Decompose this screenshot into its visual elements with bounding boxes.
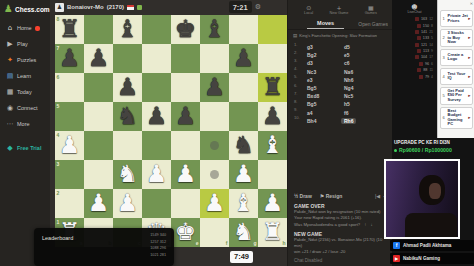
black-bishop-c8: ♝ [113, 15, 142, 44]
panel-icon-label: New Game [329, 11, 348, 15]
opponent-flag-icon [127, 5, 134, 10]
square-d2[interactable] [142, 189, 171, 218]
diamond-icon: ◆ [5, 144, 15, 152]
chess-board: 8♜♝♚♝7♟♟♟6♟♟♜5♞♟♟♟4♟♞♝3♞♟♟♟2♟♟♟♝♟1a♜bcd♛… [55, 15, 287, 247]
square-b6[interactable] [84, 73, 113, 102]
white-pawn-c2: ♟ [113, 189, 142, 218]
chat-text: 133 [423, 36, 429, 40]
white-pawn-f2: ♟ [200, 189, 229, 218]
upgrade-goal: UPGRADE PC KE RI DI3N Rp90600 / Rp100000… [394, 140, 472, 153]
chat-meta: 12 [429, 17, 433, 21]
square-b4[interactable] [84, 131, 113, 160]
square-g3[interactable]: ♟ [229, 160, 258, 189]
move-list: 1.g3d52.Bg2e53.d3c64.Nc3Na65.e3Nh66.Bg5N… [288, 40, 393, 122]
panel-icon-label: Games [365, 11, 377, 15]
move-number: 7. [294, 91, 304, 96]
chat-meta: 17 [429, 55, 433, 59]
game-over-rating: Your new Rapid rating is 2061 (+16). [294, 215, 387, 221]
square-f8[interactable]: ♝ [200, 15, 229, 44]
square-b7[interactable]: ♟ [84, 44, 113, 73]
chat-meta: 8 [431, 24, 433, 28]
black-pawn-h5: ♟ [258, 102, 287, 131]
black-pawn-a7: ♟ [55, 44, 84, 73]
chat-badge-icon [419, 75, 423, 79]
square-d8[interactable] [142, 15, 171, 44]
square-h4[interactable]: ♝ [258, 131, 287, 160]
square-c8[interactable]: ♝ [113, 15, 142, 44]
move-10w[interactable]: Bh4 [304, 109, 341, 127]
sport-question: Was Myonakodendra a good sport? [294, 222, 360, 228]
chat-meta: 11 [429, 68, 433, 72]
livechat-column: ☻ LiveChat 16312150814121133512114113910… [392, 0, 437, 139]
chat-text: 113 [423, 49, 429, 53]
opponent-rating: (2170) [107, 4, 124, 10]
move-number: 5. [294, 74, 304, 79]
social-banner-fb[interactable]: fAhmad Padli Akhtama [390, 240, 474, 251]
social-label: NabikuN Gaming [403, 256, 440, 261]
learn-icon: ▤ [5, 72, 15, 80]
move-number: 9. [294, 107, 304, 112]
chat-badge-icon [415, 43, 419, 47]
chevron-right-icon: ▸ [468, 115, 470, 120]
black-knight-g4: ♞ [229, 131, 258, 160]
chat-disabled-label: Chat Disabled [288, 256, 393, 263]
square-e5[interactable]: ♟ [171, 102, 200, 131]
chat-text: 141 [421, 30, 427, 34]
moves-panel: ⊙Local+New Game▦Games Moves Open Games ▤… [287, 0, 393, 266]
tab-moves[interactable]: Moves [307, 20, 344, 29]
chat-text: 104 [421, 55, 427, 59]
games-icon: ▦ [365, 4, 377, 11]
new-game-icon: + [329, 4, 348, 11]
square-c5[interactable]: ♞ [113, 102, 142, 131]
square-e2[interactable] [171, 189, 200, 218]
rank-label: 1 [57, 219, 60, 225]
streamer-torso [405, 213, 457, 239]
square-g2[interactable]: ♝ [229, 189, 258, 218]
square-e1[interactable]: e♚ [171, 218, 200, 247]
square-f1[interactable]: f [200, 218, 229, 247]
move-number: 8. [294, 99, 304, 104]
chevron-right-icon: ▸ [468, 35, 470, 40]
suggestions-list: 1Private Jet Prices▸23 Stocks to Buy Now… [438, 0, 474, 129]
opponent-avatar[interactable]: ♟ [55, 3, 64, 12]
file-label: h [282, 240, 285, 246]
square-d5[interactable]: ♟ [142, 102, 171, 131]
panel-tabs: Moves Open Games [288, 17, 393, 30]
draw-button[interactable]: ½ Draw [294, 193, 312, 199]
white-pawn-e3: ♟ [171, 160, 200, 189]
square-g7[interactable]: ♟ [229, 44, 258, 73]
square-g8[interactable] [229, 15, 258, 44]
sidebar-item-today[interactable]: ▦Today [0, 84, 50, 100]
square-h2[interactable]: ♟ [258, 189, 287, 218]
upgrade-progress: Rp90600 / Rp1000000 [394, 147, 472, 153]
white-pawn-g3: ♟ [229, 160, 258, 189]
white-bishop-h4: ♝ [258, 131, 287, 160]
home-icon: ⌂ [5, 24, 15, 32]
sidebar-item-label: Puzzles [17, 57, 36, 63]
rank-label: 6 [57, 74, 60, 80]
sidebar-item-play[interactable]: ▶Play [0, 36, 50, 52]
more-icon: ⋯ [5, 120, 15, 128]
square-a6[interactable]: 6 [55, 73, 84, 102]
suggestion-text: Private Jet Prices [448, 14, 469, 23]
suggestion-text: Test Your IQ [448, 72, 469, 81]
thumb-down-icon[interactable]: ↓ [370, 222, 372, 228]
black-pawn-d5: ♟ [142, 102, 171, 131]
notification-badge [35, 26, 40, 31]
sidebar-item-label: Home [17, 25, 32, 31]
square-g4[interactable]: ♞ [229, 131, 258, 160]
new-game-pairing: Pakde_Ndut (2156) vs. Bonaiovr-Mo (2170)… [294, 237, 387, 249]
new-game-block: NEW GAME Pakde_Ndut (2156) vs. Bonaiovr-… [288, 229, 393, 256]
suggestion-text: Create a Logo [448, 53, 469, 62]
square-c7[interactable] [113, 44, 142, 73]
new-game-odds: win +21 / draw +2 / lose -20 [294, 249, 387, 255]
logo-pawn-icon: ♟ [4, 4, 13, 14]
move-row: 10.Bh4Rh6 [288, 114, 393, 122]
panel-icon-new-game[interactable]: +New Game [329, 4, 348, 15]
chat-meta: 4 [431, 75, 433, 79]
square-h6[interactable]: ♜ [258, 73, 287, 102]
leaderboard-rows: 1549 3401257 3121088 2961021 281 [150, 232, 166, 258]
sidebar-item-more[interactable]: ⋯More [0, 116, 50, 132]
move-text: Bh4 [304, 118, 319, 124]
black-king-e8: ♚ [171, 15, 200, 44]
chevron-right-icon: ▸ [468, 16, 470, 21]
panel-bottom: ½ Draw ⚑ Resign |◀◀ GAME OVER Pakde_Ndut… [288, 191, 393, 263]
suggestion-text: Get Paid $90 Per Survey [448, 89, 469, 103]
upgrade-title: UPGRADE PC KE RI DI3N [394, 140, 472, 145]
black-bishop-f8: ♝ [200, 15, 229, 44]
opponent-clock: 7:21 [229, 1, 252, 13]
suggestion-item[interactable]: 3Create a Logo▸ [440, 49, 473, 66]
close-icon[interactable]: ✕ [470, 1, 473, 6]
sidebar-item-learn[interactable]: ▤Learn [0, 68, 50, 84]
rank-label: 7 [57, 45, 60, 51]
black-rook-h6: ♜ [258, 73, 287, 102]
white-pawn-h2: ♟ [258, 189, 287, 218]
square-f5[interactable] [200, 102, 229, 131]
square-d4[interactable] [142, 131, 171, 160]
chat-badge-icon [417, 36, 421, 40]
file-label: e [196, 240, 199, 246]
square-c3[interactable]: ♞ [113, 160, 142, 189]
membership-badge [137, 5, 142, 10]
square-f6[interactable]: ♟ [200, 73, 229, 102]
square-h5[interactable]: ♟ [258, 102, 287, 131]
sidebar-items: ⌂Home▶Play✦Puzzles▤Learn▦Today◉Connect⋯M… [0, 20, 50, 132]
gear-icon[interactable]: ⚙ [255, 3, 261, 11]
chat-badge-icon [415, 17, 419, 21]
chat-meta: 5 [431, 36, 433, 40]
legal-move-dot [210, 141, 219, 150]
webcam-overlay [384, 159, 460, 239]
white-bishop-g2: ♝ [229, 189, 258, 218]
sport-row: Was Myonakodendra a good sport? ↑ ↓ [294, 222, 387, 228]
chat-text: 163 [421, 17, 427, 21]
chevron-right-icon: ▸ [468, 74, 470, 79]
square-b8[interactable] [84, 15, 113, 44]
chat-message: 794 [392, 73, 437, 79]
square-a7[interactable]: 7♟ [55, 44, 84, 73]
square-g1[interactable]: g♞ [229, 218, 258, 247]
suggestion-text: Best Budget Gaming PC [448, 109, 469, 127]
square-f7[interactable] [200, 44, 229, 73]
book-icon: ▤ [293, 33, 297, 38]
chat-badge-icon [417, 49, 421, 53]
suggestions-panel: ✕ 1Private Jet Prices▸23 Stocks to Buy N… [437, 0, 474, 138]
chat-badge-icon [417, 24, 421, 28]
opponent-bar: ♟ Bonaiovr-Mo (2170) 7:21 ⚙ [55, 0, 287, 14]
connect-icon: ◉ [5, 104, 15, 112]
square-a4[interactable]: 4♟ [55, 131, 84, 160]
white-pawn-d3: ♟ [142, 160, 171, 189]
current-move: Rh6 [341, 118, 356, 124]
black-pawn-e5: ♟ [171, 102, 200, 131]
sidebar-item-home[interactable]: ⌂Home [0, 20, 50, 36]
square-f4[interactable] [200, 131, 229, 160]
suggestion-item[interactable]: 6Best Budget Gaming PC▸ [440, 107, 473, 129]
livechat-rows: 1631215081412113351211411391041796688117… [392, 16, 437, 80]
square-c4[interactable] [113, 131, 142, 160]
black-pawn-g7: ♟ [229, 44, 258, 73]
leaderboard-row: 1021 281 [150, 252, 166, 259]
square-e6[interactable] [171, 73, 200, 102]
chat-text: 79 [425, 75, 429, 79]
white-pawn-b2: ♟ [84, 189, 113, 218]
chat-meta: 9 [431, 49, 433, 53]
social-banner-yt[interactable]: ▶NabikuN Gaming [390, 253, 474, 264]
square-h7[interactable] [258, 44, 287, 73]
square-g6[interactable] [229, 73, 258, 102]
black-pawn-c6: ♟ [113, 73, 142, 102]
rank-label: 8 [57, 16, 60, 22]
livechat-header: ☻ LiveChat [392, 0, 437, 16]
facebook-icon: f [393, 242, 400, 249]
square-b3[interactable] [84, 160, 113, 189]
square-h1[interactable]: h♜ [258, 218, 287, 247]
social-label: Ahmad Padli Akhtama [403, 243, 451, 248]
livechat-icon: ☻ [392, 3, 437, 10]
panel-top-icons: ⊙Local+New Game▦Games [288, 0, 393, 17]
sidebar-item-label: Today [17, 89, 32, 95]
move-number: 10. [294, 115, 304, 120]
file-label: g [253, 240, 256, 246]
square-e8[interactable]: ♚ [171, 15, 200, 44]
chat-badge-icon [415, 55, 419, 59]
chat-text: 96 [425, 62, 429, 66]
move-number: 2. [294, 50, 304, 55]
suggestion-item[interactable]: 4Test Your IQ▸ [440, 68, 473, 85]
black-rook-a8: ♜ [55, 15, 84, 44]
black-pawn-f6: ♟ [200, 73, 229, 102]
black-pawn-b7: ♟ [84, 44, 113, 73]
square-e7[interactable] [171, 44, 200, 73]
square-d7[interactable] [142, 44, 171, 73]
square-e3[interactable]: ♟ [171, 160, 200, 189]
chat-text: 150 [423, 24, 429, 28]
suggestion-item[interactable]: 1Private Jet Prices▸ [440, 10, 473, 27]
game-over-block: GAME OVER Pakde_Ndut won by resignation … [288, 201, 393, 229]
panel-icon-label: Local [304, 11, 313, 15]
panel-icon-local[interactable]: ⊙Local [304, 4, 313, 15]
youtube-icon: ▶ [393, 255, 400, 262]
legal-move-dot [210, 170, 219, 179]
green-dot-icon [394, 149, 397, 152]
rank-label: 3 [57, 161, 60, 167]
puzzles-icon: ✦ [5, 56, 15, 64]
white-knight-c3: ♞ [113, 160, 142, 189]
square-c2[interactable]: ♟ [113, 189, 142, 218]
chesscom-logo[interactable]: ♟ Chess.com [0, 0, 50, 20]
suggestion-text: 3 Stocks to Buy Now [448, 31, 469, 45]
rank-label: 2 [57, 190, 60, 196]
square-a8[interactable]: 8♜ [55, 15, 84, 44]
sidebar-item-label: Connect [17, 105, 38, 111]
first-move-button[interactable]: |◀ [375, 193, 380, 199]
player-clock: 7:49 [230, 251, 253, 263]
streamer-face [429, 183, 441, 199]
square-g5[interactable] [229, 102, 258, 131]
square-b5[interactable] [84, 102, 113, 131]
thumb-up-icon[interactable]: ↑ [364, 222, 366, 228]
today-icon: ▦ [5, 88, 15, 96]
panel-icon-games[interactable]: ▦Games [365, 4, 377, 15]
square-d3[interactable]: ♟ [142, 160, 171, 189]
square-a2[interactable]: 2 [55, 189, 84, 218]
chat-meta: 6 [431, 62, 433, 66]
square-b2[interactable]: ♟ [84, 189, 113, 218]
square-a3[interactable]: 3 [55, 160, 84, 189]
move-10b[interactable]: Rh6 [341, 109, 378, 127]
chevron-right-icon: ▸ [468, 55, 470, 60]
local-icon: ⊙ [304, 4, 313, 11]
chat-text: 88 [423, 68, 427, 72]
chevron-right-icon: ▸ [468, 93, 470, 98]
square-d6[interactable] [142, 73, 171, 102]
chat-badge-icon [415, 30, 419, 34]
square-f3[interactable] [200, 160, 229, 189]
free-trial-label: Free Trial [17, 145, 41, 151]
sidebar-item-connect[interactable]: ◉Connect [0, 100, 50, 116]
suggestion-item[interactable]: 5Get Paid $90 Per Survey▸ [440, 87, 473, 105]
move-number: 1. [294, 42, 304, 47]
logo-text: Chess.com [15, 6, 50, 13]
rank-label: 4 [57, 132, 60, 138]
sidebar-item-free-trial[interactable]: ◆ Free Trial [0, 140, 50, 156]
sidebar-item-label: More [17, 121, 30, 127]
suggestion-item[interactable]: 23 Stocks to Buy Now▸ [440, 29, 473, 47]
square-a5[interactable]: 5 [55, 102, 84, 131]
leaderboard-row: 1088 296 [150, 245, 166, 252]
leaderboard-row: 1549 340 [150, 232, 166, 239]
sidebar: ♟ Chess.com ⌂Home▶Play✦Puzzles▤Learn▦Tod… [0, 0, 50, 266]
sidebar-item-puzzles[interactable]: ✦Puzzles [0, 52, 50, 68]
social-banners: fAhmad Padli Akhtama▶NabikuN Gaming [390, 240, 474, 266]
square-f2[interactable]: ♟ [200, 189, 229, 218]
game-controls: ½ Draw ⚑ Resign |◀◀ [288, 191, 393, 201]
square-c6[interactable]: ♟ [113, 73, 142, 102]
chat-badge-icon [419, 62, 423, 66]
square-h8[interactable] [258, 15, 287, 44]
livechat-label: LiveChat [392, 10, 437, 14]
leaderboard-title: Leaderboard [42, 235, 73, 241]
move-number: 6. [294, 83, 304, 88]
sidebar-item-label: Play [17, 41, 28, 47]
rank-label: 5 [57, 103, 60, 109]
resign-button[interactable]: ⚑ Resign [320, 193, 343, 199]
play-icon: ▶ [5, 40, 15, 48]
chat-text: 121 [421, 43, 427, 47]
leaderboard-popup: Leaderboard 1549 3401257 3121088 2961021… [34, 228, 174, 266]
move-number: 4. [294, 66, 304, 71]
chat-badge-icon [417, 68, 421, 72]
square-e4[interactable] [171, 131, 200, 160]
black-knight-c5: ♞ [113, 102, 142, 131]
file-label: f [226, 240, 228, 246]
white-pawn-a4: ♟ [55, 131, 84, 160]
chesscom-live-screenshot: ♟ Chess.com ⌂Home▶Play✦Puzzles▤Learn▦Tod… [0, 0, 474, 266]
chat-meta: 14 [429, 43, 433, 47]
sidebar-item-label: Learn [17, 73, 31, 79]
square-h3[interactable] [258, 160, 287, 189]
tab-open-games[interactable]: Open Games [358, 21, 388, 29]
move-number: 3. [294, 58, 304, 63]
opponent-name[interactable]: Bonaiovr-Mo [67, 4, 104, 10]
chat-meta: 21 [429, 30, 433, 34]
